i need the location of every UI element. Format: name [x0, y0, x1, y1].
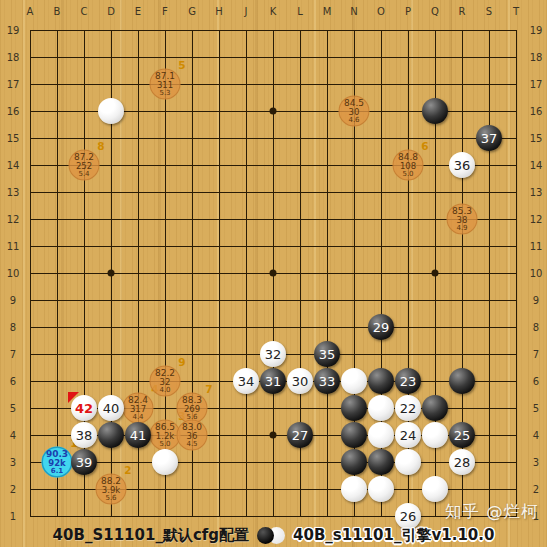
white-stone: 38: [71, 422, 97, 448]
black-stone: 41: [125, 422, 151, 448]
coordinate-label-top: L: [297, 6, 303, 17]
black-stone: 27: [287, 422, 313, 448]
white-stone: 40: [98, 395, 124, 421]
coordinate-label-left: 11: [7, 241, 20, 252]
coordinate-label-top: N: [350, 6, 357, 17]
last-move-triangle-marker: [68, 392, 79, 403]
coordinate-label-left: 3: [10, 457, 16, 468]
white-stone: [368, 476, 394, 502]
grid-line: [30, 327, 517, 328]
candidate-move[interactable]: 85.3384.9: [447, 204, 478, 235]
coordinate-label-top: E: [135, 6, 141, 17]
move-number: 41: [130, 429, 147, 442]
candidate-score: 6.1: [51, 467, 63, 474]
coordinate-label-top: M: [323, 6, 332, 17]
coordinate-label-right: 11: [530, 241, 543, 252]
star-point: [270, 270, 277, 277]
white-stone: [368, 422, 394, 448]
coordinate-label-right: 17: [530, 79, 543, 90]
star-point: [270, 432, 277, 439]
star-point: [432, 270, 439, 277]
black-stone: [98, 422, 124, 448]
black-stone: 29: [368, 314, 394, 340]
grid-line: [30, 300, 517, 301]
candidate-rank-badge: 6: [421, 140, 428, 152]
coordinate-label-left: 8: [10, 322, 16, 333]
candidate-score: 4.4: [132, 413, 143, 420]
coordinate-label-left: 19: [7, 25, 20, 36]
coordinate-label-left: 15: [7, 133, 20, 144]
white-stone: [341, 476, 367, 502]
candidate-move[interactable]: 87.13115.35: [150, 69, 181, 100]
black-stone: 37: [476, 125, 502, 151]
candidate-score: 5.0: [159, 440, 170, 447]
coordinate-label-top: R: [459, 6, 466, 17]
coordinate-label-right: 7: [533, 349, 539, 360]
white-stone: 24: [395, 422, 421, 448]
move-number: 38: [76, 429, 93, 442]
move-number: 30: [292, 375, 309, 388]
candidate-move[interactable]: 84.81085.06: [393, 150, 424, 181]
candidate-move[interactable]: 82.2324.09: [150, 366, 181, 397]
black-stone: [341, 449, 367, 475]
black-stone: 39: [71, 449, 97, 475]
coordinate-label-right: 8: [533, 322, 539, 333]
coordinate-label-left: 5: [10, 403, 16, 414]
candidate-move[interactable]: 87.22525.48: [69, 150, 100, 181]
black-white-stones-icon: [257, 527, 285, 544]
black-stone: 33: [314, 368, 340, 394]
coordinate-label-right: 13: [530, 187, 543, 198]
move-number: 33: [319, 375, 336, 388]
go-analysis-screen: ABCDEFGHJKLMNOPQRST191918181717161615151…: [0, 0, 547, 547]
star-point: [108, 270, 115, 277]
candidate-move[interactable]: 82.43174.44: [123, 393, 154, 424]
coordinate-label-right: 10: [530, 268, 543, 279]
candidate-score: 5.6: [105, 494, 116, 501]
coordinate-label-top: P: [405, 6, 411, 17]
coordinate-label-left: 17: [7, 79, 20, 90]
move-number: 24: [400, 429, 417, 442]
coordinate-label-top: K: [270, 6, 277, 17]
white-stone: 22: [395, 395, 421, 421]
move-number: 27: [292, 429, 309, 442]
candidate-score: 5.3: [159, 89, 170, 96]
move-number: 34: [238, 375, 255, 388]
star-point: [270, 108, 277, 115]
white-stone: [422, 476, 448, 502]
go-board[interactable]: ABCDEFGHJKLMNOPQRST191918181717161615151…: [0, 0, 547, 547]
white-stone: [341, 368, 367, 394]
engine-config-label: 40B_S11101_默认cfg配置: [53, 526, 249, 545]
move-number: 32: [265, 348, 282, 361]
coordinate-label-top: G: [188, 6, 196, 17]
black-stone: [341, 422, 367, 448]
candidate-score: 4.6: [348, 116, 359, 123]
black-stone: [449, 368, 475, 394]
coordinate-label-left: 9: [10, 295, 16, 306]
white-stone: [395, 449, 421, 475]
coordinate-label-top: F: [162, 6, 168, 17]
candidate-move[interactable]: 88.23.9k5.62: [96, 474, 127, 505]
coordinate-label-left: 6: [10, 376, 16, 387]
coordinate-label-right: 15: [530, 133, 543, 144]
grid-line: [327, 30, 328, 517]
move-number: 37: [481, 132, 498, 145]
coordinate-label-right: 6: [533, 376, 539, 387]
coordinate-label-top: B: [54, 6, 61, 17]
white-stone: 28: [449, 449, 475, 475]
candidate-score: 4.0: [159, 386, 170, 393]
coordinate-label-right: 5: [533, 403, 539, 414]
black-stone: [422, 395, 448, 421]
coordinate-label-left: 18: [7, 52, 20, 63]
white-stone: 34: [233, 368, 259, 394]
move-number: 26: [400, 510, 417, 523]
coordinate-label-top: T: [513, 6, 519, 17]
coordinate-label-right: 14: [530, 160, 543, 171]
white-stone: 42: [71, 395, 97, 421]
coordinate-label-right: 9: [533, 295, 539, 306]
candidate-score: 5.4: [78, 170, 89, 177]
grid-line: [30, 516, 517, 517]
black-stone: [368, 449, 394, 475]
candidate-move[interactable]: 84.5304.6: [339, 96, 370, 127]
black-stone: 35: [314, 341, 340, 367]
coordinate-label-right: 16: [530, 106, 543, 117]
move-number: 42: [75, 402, 93, 415]
candidate-rank-badge: 8: [97, 140, 104, 152]
coordinate-label-right: 12: [530, 214, 543, 225]
grid-line: [516, 30, 517, 517]
coordinate-label-top: H: [215, 6, 223, 17]
candidate-rank-badge: 7: [205, 383, 212, 395]
candidate-rank-badge: 9: [178, 356, 185, 368]
move-number: 23: [400, 375, 417, 388]
coordinate-label-left: 14: [7, 160, 20, 171]
candidate-rank-badge: 2: [124, 464, 131, 476]
move-number: 39: [76, 456, 93, 469]
move-number: 22: [400, 402, 417, 415]
coordinate-label-right: 19: [530, 25, 543, 36]
white-stone: [368, 395, 394, 421]
engine-version-label: 40B_s11101_引擎v1.10.0: [293, 526, 494, 545]
status-bar: 40B_S11101_默认cfg配置 40B_s11101_引擎v1.10.0: [0, 524, 547, 547]
coordinate-label-top: C: [81, 6, 88, 17]
coordinate-label-right: 18: [530, 52, 543, 63]
white-stone: 36: [449, 152, 475, 178]
black-stone: 25: [449, 422, 475, 448]
black-stone: [341, 395, 367, 421]
coordinate-label-top: J: [245, 6, 248, 17]
white-stone: [98, 98, 124, 124]
coordinate-label-right: 2: [533, 484, 539, 495]
black-stone: 23: [395, 368, 421, 394]
coordinate-label-top: D: [107, 6, 115, 17]
coordinate-label-top: Q: [431, 6, 439, 17]
coordinate-label-right: 3: [533, 457, 539, 468]
coordinate-label-left: 13: [7, 187, 20, 198]
candidate-score: 5.0: [402, 170, 413, 177]
coordinate-label-left: 10: [7, 268, 20, 279]
watermark: 知乎 @烂柯: [445, 501, 539, 523]
coordinate-label-left: 7: [10, 349, 16, 360]
move-number: 31: [265, 375, 282, 388]
coordinate-label-left: 4: [10, 430, 16, 441]
black-stone-icon: [257, 527, 274, 544]
coordinate-label-top: A: [27, 6, 34, 17]
move-number: 36: [454, 159, 471, 172]
black-stone: 31: [260, 368, 286, 394]
black-stone: [422, 98, 448, 124]
coordinate-label-left: 1: [10, 511, 16, 522]
coordinate-label-top: O: [377, 6, 385, 17]
white-stone: [152, 449, 178, 475]
black-stone: [368, 368, 394, 394]
candidate-move[interactable]: 83.0364.5: [177, 420, 208, 451]
candidate-score: 4.9: [456, 224, 467, 231]
move-number: 29: [373, 321, 390, 334]
coordinate-label-left: 2: [10, 484, 16, 495]
white-stone: [422, 422, 448, 448]
coordinate-label-right: 4: [533, 430, 539, 441]
move-number: 40: [103, 402, 120, 415]
white-stone: 32: [260, 341, 286, 367]
move-number: 35: [319, 348, 336, 361]
coordinate-label-top: S: [486, 6, 492, 17]
best-candidate-move[interactable]: 90.392k6.11: [42, 447, 73, 478]
move-number: 25: [454, 429, 471, 442]
candidate-score: 4.5: [186, 440, 197, 447]
white-stone: 30: [287, 368, 313, 394]
candidate-rank-badge: 5: [178, 59, 185, 71]
move-number: 28: [454, 456, 471, 469]
grid-line: [30, 462, 517, 463]
coordinate-label-left: 16: [7, 106, 20, 117]
coordinate-label-left: 12: [7, 214, 20, 225]
grid-line: [489, 30, 490, 517]
